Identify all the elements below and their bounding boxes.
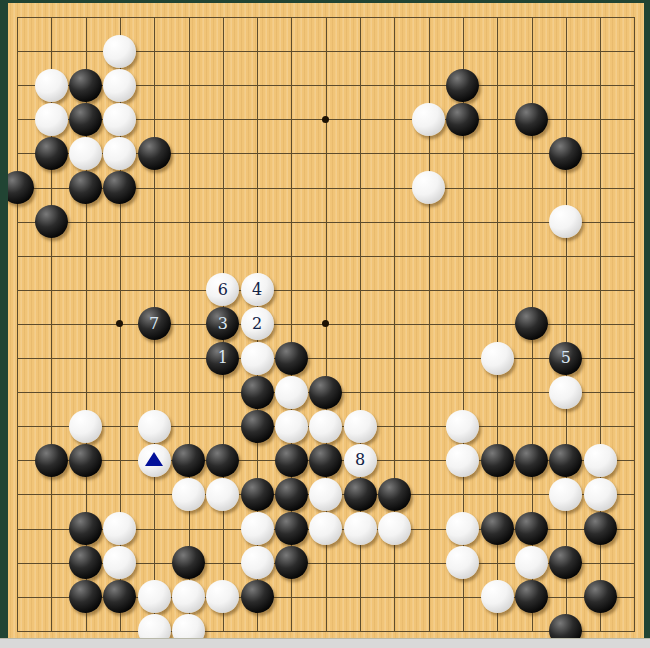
black-stone — [172, 444, 205, 477]
black-stone — [446, 103, 479, 136]
black-stone — [378, 478, 411, 511]
black-stone — [35, 444, 68, 477]
white-stone — [138, 410, 171, 443]
black-stone — [481, 444, 514, 477]
white-stone — [103, 69, 136, 102]
black-stone: 3 — [206, 307, 239, 340]
star-point — [322, 320, 329, 327]
white-stone — [549, 205, 582, 238]
black-stone — [549, 546, 582, 579]
white-stone — [206, 580, 239, 613]
black-stone — [103, 171, 136, 204]
black-stone — [309, 376, 342, 409]
black-stone — [515, 512, 548, 545]
white-stone — [103, 546, 136, 579]
white-stone — [172, 478, 205, 511]
white-stone — [69, 137, 102, 170]
white-stone — [275, 376, 308, 409]
black-stone — [515, 580, 548, 613]
white-stone — [549, 376, 582, 409]
black-stone — [241, 580, 274, 613]
white-stone — [69, 410, 102, 443]
black-stone — [35, 205, 68, 238]
white-stone — [344, 410, 377, 443]
board-frame-right — [644, 0, 650, 640]
black-stone — [549, 137, 582, 170]
white-stone — [412, 171, 445, 204]
white-stone — [241, 546, 274, 579]
white-stone — [378, 512, 411, 545]
black-stone — [69, 69, 102, 102]
black-stone — [515, 103, 548, 136]
black-stone — [69, 444, 102, 477]
board-frame-bottom — [0, 638, 650, 648]
white-stone — [309, 410, 342, 443]
black-stone — [309, 444, 342, 477]
white-stone: 4 — [241, 273, 274, 306]
grid-line-horizontal — [17, 17, 635, 18]
move-number-label: 1 — [218, 350, 228, 366]
white-stone — [446, 512, 479, 545]
black-stone — [275, 342, 308, 375]
grid-line-horizontal — [17, 256, 635, 257]
black-stone — [172, 546, 205, 579]
move-number-label: 7 — [149, 316, 159, 332]
white-stone — [103, 35, 136, 68]
grid-line-horizontal — [17, 358, 635, 359]
black-stone: 1 — [206, 342, 239, 375]
black-stone — [206, 444, 239, 477]
white-stone — [446, 546, 479, 579]
black-stone — [69, 171, 102, 204]
white-stone — [309, 512, 342, 545]
grid-line-horizontal — [17, 222, 635, 223]
black-stone — [241, 410, 274, 443]
white-stone — [549, 478, 582, 511]
black-stone — [69, 546, 102, 579]
move-number-label: 3 — [218, 316, 228, 332]
white-stone — [103, 137, 136, 170]
white-stone — [103, 512, 136, 545]
white-stone — [241, 342, 274, 375]
white-stone — [206, 478, 239, 511]
black-stone — [549, 444, 582, 477]
white-stone — [446, 444, 479, 477]
black-stone — [584, 580, 617, 613]
white-stone — [344, 512, 377, 545]
white-stone — [138, 444, 171, 477]
black-stone — [69, 512, 102, 545]
black-stone — [241, 376, 274, 409]
white-stone — [446, 410, 479, 443]
black-stone — [35, 137, 68, 170]
white-stone — [275, 410, 308, 443]
move-number-label: 5 — [561, 350, 571, 366]
white-stone — [138, 580, 171, 613]
grid-line-horizontal — [17, 290, 635, 291]
white-stone — [584, 444, 617, 477]
move-number-label: 2 — [252, 316, 262, 332]
black-stone — [344, 478, 377, 511]
grid-line-horizontal — [17, 631, 635, 632]
white-stone — [584, 478, 617, 511]
white-stone — [172, 580, 205, 613]
white-stone: 2 — [241, 307, 274, 340]
black-stone — [275, 444, 308, 477]
board-frame-left — [0, 0, 8, 640]
move-number-label: 4 — [252, 282, 262, 298]
white-stone — [412, 103, 445, 136]
black-stone — [275, 478, 308, 511]
black-stone — [69, 103, 102, 136]
star-point — [322, 116, 329, 123]
white-stone — [515, 546, 548, 579]
black-stone — [275, 512, 308, 545]
black-stone — [515, 307, 548, 340]
star-point — [116, 320, 123, 327]
white-stone — [309, 478, 342, 511]
black-stone — [446, 69, 479, 102]
black-stone — [241, 478, 274, 511]
move-number-label: 8 — [355, 452, 365, 468]
white-stone: 8 — [344, 444, 377, 477]
white-stone — [481, 580, 514, 613]
black-stone — [584, 512, 617, 545]
white-stone — [241, 512, 274, 545]
black-stone: 5 — [549, 342, 582, 375]
black-stone — [481, 512, 514, 545]
black-stone: 7 — [138, 307, 171, 340]
black-stone — [515, 444, 548, 477]
triangle-marker — [145, 452, 163, 466]
board-frame-top — [0, 0, 650, 3]
black-stone — [138, 137, 171, 170]
white-stone — [103, 103, 136, 136]
white-stone: 6 — [206, 273, 239, 306]
move-number-label: 6 — [218, 282, 228, 298]
black-stone — [69, 580, 102, 613]
black-stone — [275, 546, 308, 579]
white-stone — [481, 342, 514, 375]
black-stone — [103, 580, 136, 613]
go-board[interactable]: 64732158 — [0, 0, 650, 648]
white-stone — [35, 69, 68, 102]
white-stone — [35, 103, 68, 136]
